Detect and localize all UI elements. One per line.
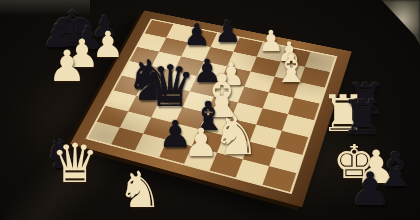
piece-white-knight-f2[interactable]: ♞ — [212, 109, 260, 162]
piece-white-bishop-g7[interactable]: ♝ — [273, 48, 309, 88]
piece-white-pawn-e2[interactable]: ♟ — [184, 123, 219, 162]
offboard-piece-white-queen: ♛ — [51, 137, 99, 191]
offboard-piece-white-knight: ♞ — [118, 165, 163, 215]
piece-black-pawn-d8[interactable]: ♟ — [215, 17, 242, 47]
offboard-piece-white-pawn: ♟ — [48, 45, 87, 88]
piece-black-pawn-c8[interactable]: ♟ — [184, 20, 211, 50]
offboard-piece-black-pawn: ♟ — [349, 166, 390, 212]
piece-black-queen-c4[interactable]: ♛ — [144, 58, 195, 115]
chess-photo-scene: ♟♟♟♚♟♟♟♟♟♟♝♟♟♟♞♛♜♝♝♜♜♟♞♟♞♚♛♟♝♟♞ — [0, 0, 420, 220]
